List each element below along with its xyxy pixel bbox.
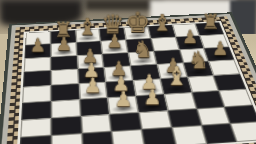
- square-a4[interactable]: [22, 85, 51, 102]
- board-inner-margin: ♜♝♛♚♝♜♟♟♟♟♟♞♟♟♟♟♞♟♟♟♝♟♟: [16, 21, 256, 144]
- black-king-e8[interactable]: ♚: [125, 9, 150, 36]
- square-d3[interactable]: ♟: [108, 96, 139, 114]
- white-pawn-d3[interactable]: ♟: [114, 89, 133, 109]
- square-a3[interactable]: [21, 101, 51, 120]
- square-f2[interactable]: [167, 108, 201, 127]
- white-bishop-f4[interactable]: ♝: [165, 65, 188, 89]
- square-a2[interactable]: [20, 118, 51, 138]
- square-e2[interactable]: [139, 110, 172, 129]
- square-b1[interactable]: [51, 134, 83, 144]
- square-d1[interactable]: [112, 130, 145, 144]
- square-e1[interactable]: [142, 128, 176, 144]
- square-b2[interactable]: [51, 116, 82, 136]
- black-pawn-g7[interactable]: ♟: [182, 28, 198, 45]
- white-pawn-e3[interactable]: ♟: [143, 88, 162, 108]
- board-rim: ♜♝♛♚♝♜♟♟♟♟♟♞♟♟♟♟♞♟♟♟♝♟♟: [0, 12, 256, 144]
- black-knight-e6[interactable]: ♞: [133, 40, 154, 62]
- square-f4[interactable]: ♝: [160, 77, 191, 94]
- black-pawn-h6[interactable]: ♟: [212, 40, 229, 58]
- black-pawn-b7[interactable]: ♟: [55, 35, 72, 52]
- square-c1[interactable]: [81, 132, 114, 144]
- black-knight-g5[interactable]: ♞: [189, 50, 210, 73]
- square-d2[interactable]: [110, 112, 142, 132]
- chess-board: ♜♝♛♚♝♜♟♟♟♟♟♞♟♟♟♟♞♟♟♟♝♟♟: [0, 12, 256, 144]
- black-rook-h8[interactable]: ♜: [201, 12, 220, 32]
- board-grid: ♜♝♛♚♝♜♟♟♟♟♟♞♟♟♟♟♞♟♟♟♝♟♟: [19, 22, 256, 144]
- black-bishop-f8[interactable]: ♝: [152, 13, 173, 35]
- square-b3[interactable]: [51, 99, 81, 118]
- white-pawn-c4[interactable]: ♟: [84, 75, 102, 94]
- square-e6[interactable]: ♞: [128, 51, 157, 66]
- square-h4[interactable]: [214, 74, 247, 91]
- square-b4[interactable]: [51, 84, 80, 101]
- square-h5[interactable]: [209, 60, 240, 76]
- square-a1[interactable]: [19, 136, 51, 144]
- square-h2[interactable]: [224, 105, 256, 124]
- black-pawn-a7[interactable]: ♟: [29, 37, 46, 55]
- square-c4[interactable]: ♟: [78, 82, 107, 99]
- square-c2[interactable]: [80, 114, 111, 134]
- black-bishop-c8[interactable]: ♝: [78, 17, 99, 39]
- black-pawn-d7[interactable]: ♟: [107, 33, 123, 50]
- square-e3[interactable]: ♟: [136, 94, 168, 112]
